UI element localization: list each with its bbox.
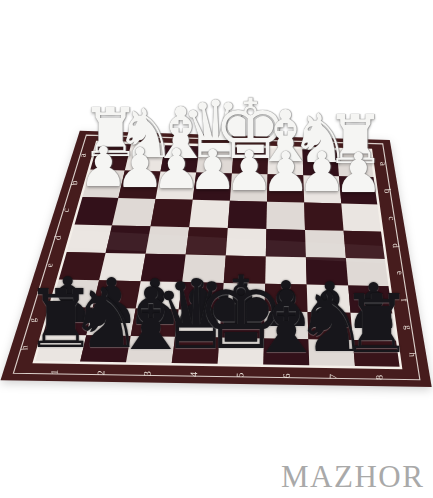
square-h3 (126, 336, 175, 364)
product-photo: aabbccddeeffgghh12345678 ♜♞♝♛♚♝♞♜♟♟♟♟♟♟♟… (0, 0, 433, 498)
square-c2 (112, 198, 156, 226)
chess-board: aabbccddeeffgghh12345678 (0, 0, 433, 498)
row-label-right-a: a (378, 162, 388, 167)
square-c3 (151, 199, 193, 227)
square-g4 (175, 309, 222, 337)
square-f5 (222, 283, 266, 311)
row-label-right-e: e (395, 271, 405, 276)
square-c8 (341, 204, 382, 232)
square-e2 (99, 253, 146, 281)
square-a8 (337, 149, 375, 177)
square-g8 (351, 313, 398, 341)
square-h5 (218, 338, 265, 366)
square-c7 (304, 203, 343, 231)
row-label-left-c: c (61, 208, 71, 213)
square-c4 (189, 200, 230, 228)
square-e3 (141, 254, 186, 282)
col-label-bottom-2: 2 (95, 370, 106, 375)
square-h4 (172, 337, 220, 365)
watermark-text: MAZHOR (281, 459, 424, 495)
square-a5 (232, 146, 268, 174)
col-label-bottom-7: 7 (327, 374, 338, 379)
col-label-bottom-1: 1 (49, 369, 60, 374)
square-g3 (131, 309, 179, 337)
square-c6 (266, 202, 305, 230)
col-label-bottom-4: 4 (188, 372, 199, 377)
square-a2 (125, 143, 166, 171)
square-e6 (265, 256, 307, 284)
square-f3 (136, 281, 183, 309)
row-label-left-a: a (77, 153, 87, 158)
square-b4 (193, 172, 232, 200)
square-a6 (268, 147, 304, 175)
square-b8 (339, 176, 379, 204)
square-f8 (348, 285, 393, 313)
square-e5 (224, 256, 266, 284)
square-b7 (303, 175, 341, 203)
square-h2 (80, 335, 131, 363)
row-label-left-e: e (44, 263, 54, 268)
square-e4 (182, 255, 226, 283)
square-h7 (308, 339, 355, 367)
square-c5 (228, 201, 267, 229)
square-b2 (118, 171, 160, 199)
col-label-bottom-5: 5 (234, 372, 245, 377)
square-a7 (303, 148, 340, 176)
square-g5 (220, 310, 265, 338)
col-label-bottom-6: 6 (281, 373, 292, 378)
square-h6 (263, 338, 309, 366)
row-label-right-f: f (399, 298, 409, 302)
square-f6 (265, 284, 308, 312)
row-label-right-c: c (387, 216, 397, 221)
square-a4 (196, 145, 234, 173)
square-g7 (308, 312, 353, 340)
square-f4 (179, 282, 224, 310)
square-f7 (307, 285, 351, 313)
square-g2 (86, 308, 135, 336)
square-h8 (353, 340, 401, 368)
square-b3 (156, 171, 197, 199)
row-label-left-f: f (36, 291, 46, 295)
square-a3 (161, 144, 200, 172)
col-label-bottom-3: 3 (142, 371, 153, 376)
square-g6 (264, 311, 308, 339)
square-b6 (267, 174, 304, 202)
square-f2 (93, 280, 141, 308)
square-e7 (306, 257, 348, 285)
square-b5 (230, 173, 268, 201)
col-label-bottom-8: 8 (374, 375, 385, 380)
